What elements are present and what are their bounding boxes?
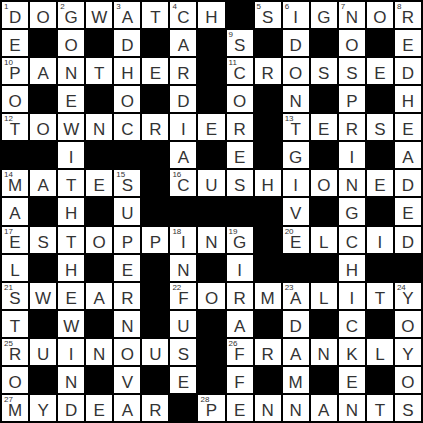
cell-r9c4[interactable]: E — [113, 254, 141, 282]
cell-letter: H — [261, 172, 273, 194]
cell-r12c8[interactable]: 26F — [226, 338, 254, 366]
cell-r3c4[interactable]: O — [113, 85, 141, 113]
black-cell-r7c11 — [310, 197, 338, 225]
cell-letter: K — [346, 341, 357, 363]
black-cell-r11c7 — [197, 310, 225, 338]
black-cell-r9c9 — [254, 254, 282, 282]
cell-r3c14[interactable]: H — [394, 85, 422, 113]
cell-r1c12[interactable]: O — [338, 29, 366, 57]
cell-letter: U — [121, 200, 133, 222]
cell-letter: O — [345, 32, 358, 54]
cell-r10c13[interactable]: T — [366, 282, 394, 310]
black-cell-r11c1 — [29, 310, 57, 338]
cell-letter: W — [35, 285, 51, 307]
clue-number: 24 — [397, 284, 406, 292]
cell-r12c10[interactable]: A — [282, 338, 310, 366]
black-cell-r5c3 — [85, 141, 113, 169]
cell-r6c2[interactable]: T — [57, 169, 85, 197]
cell-r12c1[interactable]: U — [29, 338, 57, 366]
cell-r14c3[interactable]: E — [85, 394, 113, 422]
cell-r14c4[interactable]: A — [113, 394, 141, 422]
cell-r12c4[interactable]: O — [113, 338, 141, 366]
cell-r8c0[interactable]: 17E — [1, 226, 29, 254]
black-cell-r11c11 — [310, 310, 338, 338]
cell-letter: I — [378, 229, 383, 251]
cell-r9c0[interactable]: L — [1, 254, 29, 282]
cell-r10c7[interactable]: O — [197, 282, 225, 310]
cell-r13c12[interactable]: E — [338, 366, 366, 394]
cell-letter: O — [205, 285, 218, 307]
cell-letter: A — [122, 397, 133, 419]
cell-letter: L — [10, 257, 19, 279]
cell-letter: V — [122, 369, 133, 391]
black-cell-r9c1 — [29, 254, 57, 282]
cell-letter: A — [37, 172, 48, 194]
cell-letter: O — [121, 88, 134, 110]
cell-r14c13[interactable]: T — [366, 394, 394, 422]
cell-r3c0[interactable]: O — [1, 85, 29, 113]
cell-r10c1[interactable]: W — [29, 282, 57, 310]
cell-r7c0[interactable]: A — [1, 197, 29, 225]
cell-letter: I — [181, 116, 186, 138]
cell-r5c14[interactable]: A — [394, 141, 422, 169]
cell-r12c11[interactable]: N — [310, 338, 338, 366]
cell-r11c12[interactable]: C — [338, 310, 366, 338]
cell-r0c7[interactable]: H — [197, 1, 225, 29]
cell-r4c4[interactable]: C — [113, 113, 141, 141]
cell-r4c3[interactable]: N — [85, 113, 113, 141]
cell-r4c13[interactable]: S — [366, 113, 394, 141]
cell-r12c6[interactable]: S — [169, 338, 197, 366]
cell-letter: N — [346, 4, 358, 26]
cell-r6c12[interactable]: N — [338, 169, 366, 197]
cell-letter: H — [205, 4, 217, 26]
cell-letter: S — [234, 172, 245, 194]
clue-number: 5 — [257, 3, 261, 11]
cell-r8c8[interactable]: 19G — [226, 226, 254, 254]
black-cell-r1c7 — [197, 29, 225, 57]
cell-r14c10[interactable]: N — [282, 394, 310, 422]
cell-r2c12[interactable]: S — [338, 57, 366, 85]
cell-letter: R — [177, 60, 189, 82]
cell-r0c13[interactable]: O — [366, 1, 394, 29]
clue-number: 28 — [200, 396, 209, 404]
cell-letter: E — [9, 32, 20, 54]
cell-letter: H — [402, 88, 414, 110]
cell-r10c8[interactable]: R — [226, 282, 254, 310]
cell-r14c14[interactable]: S — [394, 394, 422, 422]
black-cell-r5c0 — [1, 141, 29, 169]
cell-r5c2[interactable]: I — [57, 141, 85, 169]
cell-r0c2[interactable]: 2G — [57, 1, 85, 29]
cell-r11c0[interactable]: T — [1, 310, 29, 338]
cell-letter: O — [233, 88, 246, 110]
black-cell-r11c13 — [366, 310, 394, 338]
cell-letter: C — [346, 229, 358, 251]
cell-r2c0[interactable]: 10P — [1, 57, 29, 85]
cell-r3c10[interactable]: N — [282, 85, 310, 113]
cell-r13c2[interactable]: N — [57, 366, 85, 394]
cell-letter: T — [66, 172, 76, 194]
black-cell-r10c5 — [141, 282, 169, 310]
cell-r1c2[interactable]: O — [57, 29, 85, 57]
cell-letter: I — [293, 4, 298, 26]
cell-letter: A — [37, 60, 48, 82]
cell-r5c6[interactable]: A — [169, 141, 197, 169]
cell-letter: I — [349, 285, 354, 307]
cell-r8c1[interactable]: S — [29, 226, 57, 254]
cell-letter: D — [290, 313, 302, 335]
black-cell-r3c1 — [29, 85, 57, 113]
cell-r0c4[interactable]: 3A — [113, 1, 141, 29]
cell-r8c3[interactable]: O — [85, 226, 113, 254]
cell-letter: O — [401, 369, 414, 391]
clue-number: 25 — [4, 340, 13, 348]
cell-r4c7[interactable]: E — [197, 113, 225, 141]
black-cell-r7c13 — [366, 197, 394, 225]
cell-letter: E — [234, 144, 245, 166]
cell-r14c7[interactable]: 28P — [197, 394, 225, 422]
cell-r10c0[interactable]: 21S — [1, 282, 29, 310]
cell-letter: N — [290, 397, 302, 419]
cell-r10c6[interactable]: 22F — [169, 282, 197, 310]
cell-r2c3[interactable]: T — [85, 57, 113, 85]
black-cell-r13c3 — [85, 366, 113, 394]
black-cell-r13c1 — [29, 366, 57, 394]
cell-r7c10[interactable]: V — [282, 197, 310, 225]
cell-r11c4[interactable]: N — [113, 310, 141, 338]
clue-number: 9 — [229, 31, 233, 39]
cell-r0c1[interactable]: O — [29, 1, 57, 29]
cell-letter: F — [234, 369, 244, 391]
cell-letter: I — [69, 144, 74, 166]
cell-r4c5[interactable]: R — [141, 113, 169, 141]
cell-r2c14[interactable]: D — [394, 57, 422, 85]
black-cell-r6c5 — [141, 169, 169, 197]
cell-r10c14[interactable]: 24Y — [394, 282, 422, 310]
cell-letter: R — [233, 285, 245, 307]
cell-r2c9[interactable]: R — [254, 57, 282, 85]
cell-letter: T — [94, 60, 104, 82]
cell-r8c6[interactable]: 18I — [169, 226, 197, 254]
cell-letter: A — [318, 397, 329, 419]
cell-letter: I — [181, 229, 186, 251]
cell-letter: Y — [402, 341, 413, 363]
cell-r6c6[interactable]: 16C — [169, 169, 197, 197]
cell-r8c14[interactable]: D — [394, 226, 422, 254]
black-cell-r3c9 — [254, 85, 282, 113]
cell-letter: W — [91, 4, 107, 26]
cell-r6c0[interactable]: 14M — [1, 169, 29, 197]
cell-r0c12[interactable]: 7N — [338, 1, 366, 29]
cell-letter: O — [93, 229, 106, 251]
cell-r2c2[interactable]: N — [57, 57, 85, 85]
black-cell-r3c11 — [310, 85, 338, 113]
cell-letter: M — [261, 285, 275, 307]
cell-letter: R — [233, 116, 245, 138]
cell-r3c6[interactable]: D — [169, 85, 197, 113]
cell-r0c5[interactable]: T — [141, 1, 169, 29]
cell-letter: A — [9, 200, 20, 222]
cell-r4c6[interactable]: I — [169, 113, 197, 141]
cell-letter: M — [289, 369, 303, 391]
black-cell-r3c7 — [197, 85, 225, 113]
black-cell-r5c7 — [197, 141, 225, 169]
clue-number: 4 — [172, 3, 176, 11]
crossword-board: 1DO2GW3AT4CH5S6IG7NO8REODA9SDOE10PANTHER… — [0, 0, 423, 423]
cell-letter: O — [373, 4, 386, 26]
cell-r13c14[interactable]: O — [394, 366, 422, 394]
cell-r2c4[interactable]: H — [113, 57, 141, 85]
cell-r1c8[interactable]: 9S — [226, 29, 254, 57]
cell-letter: E — [374, 172, 385, 194]
cell-r13c10[interactable]: M — [282, 366, 310, 394]
black-cell-r11c5 — [141, 310, 169, 338]
cell-r6c1[interactable]: A — [29, 169, 57, 197]
cell-r4c10[interactable]: 13T — [282, 113, 310, 141]
cell-letter: O — [289, 60, 302, 82]
cell-letter: G — [317, 4, 330, 26]
black-cell-r7c1 — [29, 197, 57, 225]
cell-r12c14[interactable]: Y — [394, 338, 422, 366]
cell-r0c0[interactable]: 1D — [1, 1, 29, 29]
cell-r10c9[interactable]: M — [254, 282, 282, 310]
cell-r4c12[interactable]: R — [338, 113, 366, 141]
cell-letter: E — [94, 397, 105, 419]
cell-r1c0[interactable]: E — [1, 29, 29, 57]
cell-r6c11[interactable]: O — [310, 169, 338, 197]
cell-letter: N — [346, 172, 358, 194]
cell-r8c2[interactable]: T — [57, 226, 85, 254]
cell-r0c14[interactable]: 8R — [394, 1, 422, 29]
cell-r3c8[interactable]: O — [226, 85, 254, 113]
cell-letter: H — [121, 60, 133, 82]
cell-letter: O — [317, 172, 330, 194]
cell-r14c12[interactable]: N — [338, 394, 366, 422]
cell-r6c9[interactable]: H — [254, 169, 282, 197]
cell-r1c6[interactable]: A — [169, 29, 197, 57]
cell-r1c4[interactable]: D — [113, 29, 141, 57]
cell-r12c0[interactable]: 25R — [1, 338, 29, 366]
cell-letter: A — [178, 32, 189, 54]
cell-r12c5[interactable]: U — [141, 338, 169, 366]
cell-letter: A — [122, 4, 133, 26]
clue-number: 11 — [229, 59, 237, 67]
cell-r8c12[interactable]: C — [338, 226, 366, 254]
black-cell-r9c14 — [394, 254, 422, 282]
cell-r6c8[interactable]: S — [226, 169, 254, 197]
cell-r9c12[interactable]: H — [338, 254, 366, 282]
cell-r12c2[interactable]: I — [57, 338, 85, 366]
black-cell-r9c11 — [310, 254, 338, 282]
cell-r12c9[interactable]: R — [254, 338, 282, 366]
cell-r2c10[interactable]: O — [282, 57, 310, 85]
cell-r4c0[interactable]: 12T — [1, 113, 29, 141]
cell-r5c10[interactable]: G — [282, 141, 310, 169]
cell-letter: G — [289, 144, 302, 166]
black-cell-r3c5 — [141, 85, 169, 113]
cell-letter: D — [9, 4, 21, 26]
cell-r10c11[interactable]: L — [310, 282, 338, 310]
cell-r0c11[interactable]: G — [310, 1, 338, 29]
cell-r8c11[interactable]: L — [310, 226, 338, 254]
cell-letter: U — [149, 341, 161, 363]
cell-letter: A — [94, 285, 105, 307]
cell-r3c2[interactable]: E — [57, 85, 85, 113]
cell-r10c3[interactable]: A — [85, 282, 113, 310]
cell-r11c14[interactable]: O — [394, 310, 422, 338]
clue-number: 8 — [397, 3, 401, 11]
black-cell-r7c6 — [169, 197, 197, 225]
black-cell-r5c11 — [310, 141, 338, 169]
cell-letter: G — [65, 4, 78, 26]
cell-letter: N — [93, 116, 105, 138]
cell-r14c1[interactable]: Y — [29, 394, 57, 422]
cell-letter: D — [290, 32, 302, 54]
cell-r12c12[interactable]: K — [338, 338, 366, 366]
cell-letter: V — [290, 200, 301, 222]
cell-letter: R — [149, 116, 161, 138]
cell-letter: H — [346, 257, 358, 279]
cell-r11c6[interactable]: U — [169, 310, 197, 338]
cell-r6c10[interactable]: I — [282, 169, 310, 197]
cell-r9c6[interactable]: N — [169, 254, 197, 282]
cell-r8c4[interactable]: P — [113, 226, 141, 254]
cell-letter: O — [8, 88, 21, 110]
cell-r0c9[interactable]: 5S — [254, 1, 282, 29]
cell-r11c10[interactable]: D — [282, 310, 310, 338]
black-cell-r4c9 — [254, 113, 282, 141]
cell-letter: R — [121, 285, 133, 307]
cell-r10c12[interactable]: I — [338, 282, 366, 310]
cell-letter: G — [345, 200, 358, 222]
cell-r13c6[interactable]: E — [169, 366, 197, 394]
cell-r8c13[interactable]: I — [366, 226, 394, 254]
black-cell-r11c3 — [85, 310, 113, 338]
cell-letter: N — [346, 397, 358, 419]
black-cell-r1c9 — [254, 29, 282, 57]
cell-r2c13[interactable]: E — [366, 57, 394, 85]
cell-r10c4[interactable]: R — [113, 282, 141, 310]
cell-letter: S — [37, 229, 48, 251]
cell-r4c14[interactable]: E — [394, 113, 422, 141]
cell-r12c3[interactable]: N — [85, 338, 113, 366]
cell-r6c7[interactable]: U — [197, 169, 225, 197]
cell-r4c1[interactable]: O — [29, 113, 57, 141]
cell-r6c3[interactable]: E — [85, 169, 113, 197]
cell-r8c5[interactable]: P — [141, 226, 169, 254]
black-cell-r5c1 — [29, 141, 57, 169]
cell-r0c10[interactable]: 6I — [282, 1, 310, 29]
cell-r2c11[interactable]: S — [310, 57, 338, 85]
cell-r0c6[interactable]: 4C — [169, 1, 197, 29]
cell-r14c8[interactable]: E — [226, 394, 254, 422]
cell-letter: E — [65, 285, 76, 307]
cell-r13c4[interactable]: V — [113, 366, 141, 394]
cell-letter: O — [36, 4, 49, 26]
cell-letter: T — [375, 397, 385, 419]
black-cell-r11c9 — [254, 310, 282, 338]
cell-letter: P — [150, 229, 161, 251]
cell-letter: N — [318, 341, 330, 363]
cell-letter: P — [122, 229, 133, 251]
cell-r5c8[interactable]: E — [226, 141, 254, 169]
cell-r4c8[interactable]: R — [226, 113, 254, 141]
cell-letter: D — [177, 88, 189, 110]
cell-letter: D — [402, 172, 414, 194]
cell-r2c1[interactable]: A — [29, 57, 57, 85]
clue-number: 17 — [4, 228, 13, 236]
cell-r10c10[interactable]: 23A — [282, 282, 310, 310]
cell-r11c2[interactable]: W — [57, 310, 85, 338]
cell-r2c8[interactable]: 11C — [226, 57, 254, 85]
cell-r14c0[interactable]: 27M — [1, 394, 29, 422]
cell-r6c13[interactable]: E — [366, 169, 394, 197]
cell-r2c5[interactable]: E — [141, 57, 169, 85]
clue-number: 19 — [229, 228, 238, 236]
cell-letter: N — [121, 313, 133, 335]
cell-r1c14[interactable]: E — [394, 29, 422, 57]
cell-r13c8[interactable]: F — [226, 366, 254, 394]
cell-r13c0[interactable]: O — [1, 366, 29, 394]
cell-r4c2[interactable]: W — [57, 113, 85, 141]
cell-letter: T — [66, 229, 76, 251]
cell-r6c4[interactable]: 15S — [113, 169, 141, 197]
cell-letter: E — [206, 116, 217, 138]
cell-r4c11[interactable]: E — [310, 113, 338, 141]
black-cell-r9c13 — [366, 254, 394, 282]
cell-letter: E — [234, 397, 245, 419]
cell-r8c7[interactable]: N — [197, 226, 225, 254]
cell-r14c11[interactable]: A — [310, 394, 338, 422]
cell-letter: T — [150, 4, 160, 26]
cell-r7c4[interactable]: U — [113, 197, 141, 225]
cell-r9c8[interactable]: I — [226, 254, 254, 282]
cell-letter: N — [290, 88, 302, 110]
cell-r14c2[interactable]: D — [57, 394, 85, 422]
cell-r5c12[interactable]: I — [338, 141, 366, 169]
cell-r7c14[interactable]: E — [394, 197, 422, 225]
cell-r14c5[interactable]: R — [141, 394, 169, 422]
cell-r3c12[interactable]: P — [338, 85, 366, 113]
cell-r7c12[interactable]: G — [338, 197, 366, 225]
clue-number: 12 — [4, 115, 13, 123]
cell-letter: H — [65, 257, 77, 279]
cell-r12c13[interactable]: L — [366, 338, 394, 366]
cell-r0c3[interactable]: W — [85, 1, 113, 29]
cell-letter: T — [10, 313, 20, 335]
cell-letter: L — [319, 285, 328, 307]
cell-letter: R — [149, 397, 161, 419]
cell-r2c6[interactable]: R — [169, 57, 197, 85]
cell-r14c9[interactable]: N — [254, 394, 282, 422]
cell-r8c10[interactable]: 20E — [282, 226, 310, 254]
cell-r1c10[interactable]: D — [282, 29, 310, 57]
black-cell-r7c9 — [254, 197, 282, 225]
clue-number: 2 — [60, 3, 64, 11]
black-cell-r2c7 — [197, 57, 225, 85]
cell-letter: E — [346, 369, 357, 391]
cell-letter: U — [205, 172, 217, 194]
cell-r10c2[interactable]: E — [57, 282, 85, 310]
black-cell-r5c9 — [254, 141, 282, 169]
cell-r7c2[interactable]: H — [57, 197, 85, 225]
cell-r11c8[interactable]: A — [226, 310, 254, 338]
cell-letter: U — [177, 313, 189, 335]
black-cell-r1c11 — [310, 29, 338, 57]
cell-r9c2[interactable]: H — [57, 254, 85, 282]
cell-r6c14[interactable]: D — [394, 169, 422, 197]
